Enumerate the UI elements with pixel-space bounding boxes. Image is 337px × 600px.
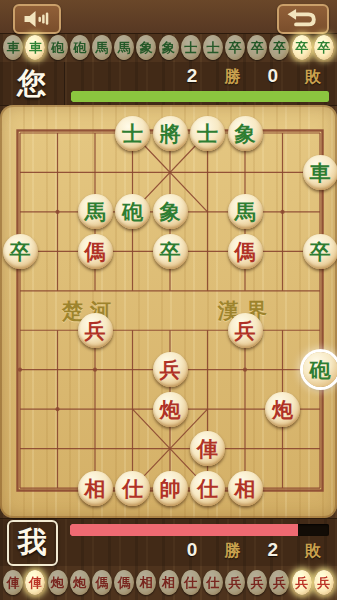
- top-bar: [0, 0, 337, 34]
- tray-piece-black: 砲: [70, 35, 90, 60]
- tray-piece-black: 象: [136, 35, 156, 60]
- board-piece-red[interactable]: 相: [78, 471, 113, 506]
- board-piece-red[interactable]: 傌: [78, 234, 113, 269]
- player-bar-track: [70, 524, 329, 536]
- board-piece-black[interactable]: 士: [190, 116, 225, 151]
- player-name-label: 我: [7, 520, 58, 566]
- tray-piece-red: 相: [136, 570, 156, 595]
- tray-piece-red: 兵: [225, 570, 245, 595]
- tray-piece-red: 兵: [314, 570, 334, 595]
- tray-piece-red: 仕: [181, 570, 201, 595]
- tray-piece-black: 車: [3, 35, 23, 60]
- board-piece-red[interactable]: 俥: [190, 431, 225, 466]
- tray-piece-black: 卒: [314, 35, 334, 60]
- board-piece-black[interactable]: 車: [303, 155, 337, 190]
- board-piece-red[interactable]: 仕: [190, 471, 225, 506]
- tray-piece-red: 傌: [92, 570, 112, 595]
- tray-piece-red: 炮: [48, 570, 68, 595]
- opponent-losses: 0: [267, 65, 278, 87]
- player-win-bar: [70, 524, 298, 536]
- tray-piece-black: 士: [203, 35, 223, 60]
- opponent-wins-label: 勝: [224, 67, 240, 88]
- opponent-score-area: 2 勝 0 敗: [65, 62, 337, 105]
- board-piece-red[interactable]: 帥: [153, 471, 188, 506]
- board-piece-black[interactable]: 馬: [228, 194, 263, 229]
- player-wins-label: 勝: [224, 541, 240, 562]
- board-piece-red[interactable]: 相: [228, 471, 263, 506]
- tray-piece-black: 砲: [48, 35, 68, 60]
- board-piece-black[interactable]: 卒: [303, 234, 337, 269]
- board-piece-red[interactable]: 兵: [153, 352, 188, 387]
- player-piece-tray: 俥俥炮炮傌傌相相仕仕兵兵兵兵兵: [0, 565, 337, 600]
- xiangqi-app: 車車砲砲馬馬象象士士卒卒卒卒卒 您 2 勝 0 敗 楚河 漢界 士將士象車馬砲象…: [0, 0, 337, 600]
- opponent-wins: 2: [187, 65, 198, 87]
- board-piece-red[interactable]: 兵: [78, 313, 113, 348]
- board-piece-red[interactable]: 炮: [153, 392, 188, 427]
- return-arrow-icon: [286, 7, 320, 31]
- board-piece-black[interactable]: 將: [153, 116, 188, 151]
- tray-piece-black: 象: [159, 35, 179, 60]
- tray-piece-red: 俥: [3, 570, 23, 595]
- sound-button[interactable]: [13, 4, 61, 34]
- player-name: 我: [0, 519, 64, 566]
- player-score-row: 0 勝 2 敗: [70, 539, 329, 562]
- player-losses-label: 敗: [305, 541, 321, 562]
- opponent-bar-track: [71, 91, 329, 102]
- board-piece-black[interactable]: 馬: [78, 194, 113, 229]
- tray-piece-black: 卒: [225, 35, 245, 60]
- opponent-name: 您: [0, 62, 65, 105]
- opponent-win-bar: [71, 91, 329, 102]
- board-piece-black[interactable]: 象: [228, 116, 263, 151]
- board-piece-black[interactable]: 卒: [3, 234, 38, 269]
- tray-piece-red: 兵: [247, 570, 267, 595]
- tray-piece-red: 俥: [25, 570, 45, 595]
- player-losses: 2: [267, 539, 278, 561]
- board-piece-black[interactable]: 卒: [153, 234, 188, 269]
- back-button[interactable]: [277, 4, 329, 34]
- opponent-name-label: 您: [18, 64, 47, 104]
- board-piece-red[interactable]: 兵: [228, 313, 263, 348]
- tray-piece-red: 兵: [292, 570, 312, 595]
- board-piece-red[interactable]: 仕: [115, 471, 150, 506]
- player-score-area: 0 勝 2 敗: [64, 519, 337, 566]
- tray-piece-black: 車: [25, 35, 45, 60]
- board-piece-black-selected[interactable]: 砲: [303, 352, 337, 387]
- tray-piece-black: 馬: [92, 35, 112, 60]
- opponent-losses-label: 敗: [305, 67, 321, 88]
- player-wins: 0: [187, 539, 198, 561]
- player-panel: 我 0 勝 2 敗: [0, 518, 337, 566]
- opponent-panel: 您 2 勝 0 敗: [0, 62, 337, 106]
- tray-piece-black: 馬: [114, 35, 134, 60]
- tray-piece-red: 仕: [203, 570, 223, 595]
- xiangqi-board[interactable]: 楚河 漢界 士將士象車馬砲象馬卒傌卒傌卒兵兵兵砲炮炮俥相仕帥仕相: [0, 105, 337, 518]
- tray-piece-red: 兵: [269, 570, 289, 595]
- tray-piece-red: 傌: [114, 570, 134, 595]
- board-piece-red[interactable]: 傌: [228, 234, 263, 269]
- board-piece-red[interactable]: 炮: [265, 392, 300, 427]
- tray-piece-black: 卒: [292, 35, 312, 60]
- tray-piece-black: 士: [181, 35, 201, 60]
- opponent-piece-tray: 車車砲砲馬馬象象士士卒卒卒卒卒: [0, 33, 337, 62]
- tray-piece-black: 卒: [247, 35, 267, 60]
- tray-piece-red: 炮: [70, 570, 90, 595]
- tray-piece-red: 相: [159, 570, 179, 595]
- board-piece-black[interactable]: 象: [153, 194, 188, 229]
- speaker-icon: [22, 8, 52, 30]
- opponent-score-row: 2 勝 0 敗: [71, 65, 329, 88]
- board-piece-black[interactable]: 士: [115, 116, 150, 151]
- tray-piece-black: 卒: [269, 35, 289, 60]
